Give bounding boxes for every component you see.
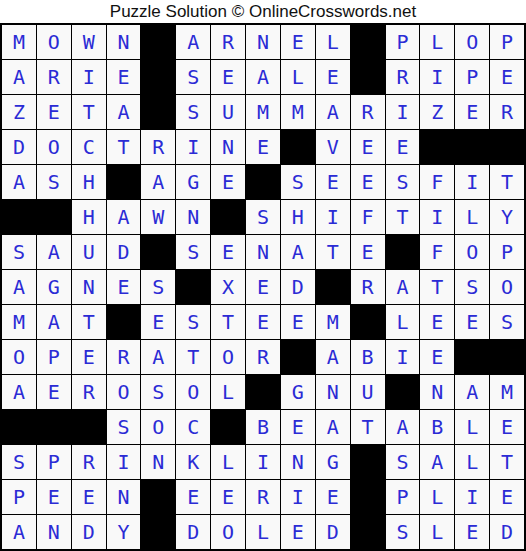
letter-cell-r5c14: I bbox=[455, 165, 489, 199]
letter-cell-r13c7: L bbox=[211, 445, 245, 479]
letter-cell-r13c10: G bbox=[316, 445, 350, 479]
letter-cell-r6c12: T bbox=[386, 200, 420, 234]
letter-cell-r8c9: D bbox=[281, 270, 315, 304]
crossword-board: MOWNARNELPLOPARIESEALERIPEZETASUMMARIZER… bbox=[0, 23, 526, 551]
letter-cell-r1c14: O bbox=[455, 25, 489, 59]
letter-cell-r3c1: Z bbox=[2, 95, 36, 129]
letter-cell-r14c6: E bbox=[176, 480, 210, 514]
letter-cell-r10c8: R bbox=[246, 340, 280, 374]
letter-cell-r6c5: W bbox=[141, 200, 175, 234]
block-cell-r6c1 bbox=[2, 200, 36, 234]
letter-cell-r7c9: A bbox=[281, 235, 315, 269]
letter-cell-r4c1: D bbox=[2, 130, 36, 164]
letter-cell-r12c13: B bbox=[420, 410, 454, 444]
block-cell-r5c4 bbox=[107, 165, 141, 199]
block-cell-r12c3 bbox=[72, 410, 106, 444]
letter-cell-r14c13: L bbox=[420, 480, 454, 514]
block-cell-r2c5 bbox=[141, 60, 175, 94]
letter-cell-r9c1: M bbox=[2, 305, 36, 339]
letter-cell-r12c12: A bbox=[386, 410, 420, 444]
letter-cell-r7c11: E bbox=[351, 235, 385, 269]
letter-cell-r13c9: N bbox=[281, 445, 315, 479]
block-cell-r5c8 bbox=[246, 165, 280, 199]
letter-cell-r12c15: E bbox=[490, 410, 524, 444]
letter-cell-r5c5: A bbox=[141, 165, 175, 199]
letter-cell-r5c1: A bbox=[2, 165, 36, 199]
letter-cell-r15c1: A bbox=[2, 515, 36, 549]
letter-cell-r1c13: L bbox=[420, 25, 454, 59]
letter-cell-r2c10: E bbox=[316, 60, 350, 94]
letter-cell-r13c5: N bbox=[141, 445, 175, 479]
letter-cell-r10c12: I bbox=[386, 340, 420, 374]
block-cell-r10c9 bbox=[281, 340, 315, 374]
letter-cell-r12c10: A bbox=[316, 410, 350, 444]
letter-cell-r3c14: E bbox=[455, 95, 489, 129]
letter-cell-r7c1: S bbox=[2, 235, 36, 269]
letter-cell-r15c10: D bbox=[316, 515, 350, 549]
letter-cell-r12c11: T bbox=[351, 410, 385, 444]
letter-cell-r11c1: A bbox=[2, 375, 36, 409]
letter-cell-r13c15: T bbox=[490, 445, 524, 479]
letter-cell-r4c5: R bbox=[141, 130, 175, 164]
letter-cell-r1c15: P bbox=[490, 25, 524, 59]
letter-cell-r3c3: T bbox=[72, 95, 106, 129]
letter-cell-r13c8: I bbox=[246, 445, 280, 479]
letter-cell-r4c4: T bbox=[107, 130, 141, 164]
letter-cell-r8c4: E bbox=[107, 270, 141, 304]
block-cell-r14c5 bbox=[141, 480, 175, 514]
letter-cell-r3c7: U bbox=[211, 95, 245, 129]
letter-cell-r8c15: O bbox=[490, 270, 524, 304]
letter-cell-r8c12: A bbox=[386, 270, 420, 304]
letter-cell-r3c15: R bbox=[490, 95, 524, 129]
letter-cell-r3c11: R bbox=[351, 95, 385, 129]
letter-cell-r11c15: M bbox=[490, 375, 524, 409]
letter-cell-r1c6: A bbox=[176, 25, 210, 59]
letter-cell-r3c12: I bbox=[386, 95, 420, 129]
letter-cell-r5c6: G bbox=[176, 165, 210, 199]
letter-cell-r7c3: U bbox=[72, 235, 106, 269]
letter-cell-r12c14: L bbox=[455, 410, 489, 444]
letter-cell-r5c12: S bbox=[386, 165, 420, 199]
letter-cell-r1c10: L bbox=[316, 25, 350, 59]
letter-cell-r8c3: N bbox=[72, 270, 106, 304]
letter-cell-r13c3: R bbox=[72, 445, 106, 479]
letter-cell-r14c4: N bbox=[107, 480, 141, 514]
letter-cell-r11c7: L bbox=[211, 375, 245, 409]
letter-cell-r6c3: H bbox=[72, 200, 106, 234]
letter-cell-r1c1: M bbox=[2, 25, 36, 59]
letter-cell-r13c13: A bbox=[420, 445, 454, 479]
letter-cell-r6c6: N bbox=[176, 200, 210, 234]
letter-cell-r11c5: S bbox=[141, 375, 175, 409]
block-cell-r6c2 bbox=[37, 200, 71, 234]
letter-cell-r10c4: R bbox=[107, 340, 141, 374]
letter-cell-r2c13: I bbox=[420, 60, 454, 94]
letter-cell-r6c14: L bbox=[455, 200, 489, 234]
letter-cell-r4c11: E bbox=[351, 130, 385, 164]
block-cell-r9c4 bbox=[107, 305, 141, 339]
letter-cell-r12c4: S bbox=[107, 410, 141, 444]
letter-cell-r7c15: P bbox=[490, 235, 524, 269]
letter-cell-r5c10: E bbox=[316, 165, 350, 199]
letter-cell-r14c1: P bbox=[2, 480, 36, 514]
letter-cell-r13c12: S bbox=[386, 445, 420, 479]
letter-cell-r5c3: H bbox=[72, 165, 106, 199]
letter-cell-r9c6: S bbox=[176, 305, 210, 339]
letter-cell-r11c10: N bbox=[316, 375, 350, 409]
letter-cell-r8c1: A bbox=[2, 270, 36, 304]
letter-cell-r3c4: A bbox=[107, 95, 141, 129]
block-cell-r11c8 bbox=[246, 375, 280, 409]
block-cell-r8c10 bbox=[316, 270, 350, 304]
letter-cell-r15c8: L bbox=[246, 515, 280, 549]
letter-cell-r7c14: O bbox=[455, 235, 489, 269]
letter-cell-r2c9: L bbox=[281, 60, 315, 94]
letter-cell-r11c6: O bbox=[176, 375, 210, 409]
block-cell-r12c2 bbox=[37, 410, 71, 444]
block-cell-r1c11 bbox=[351, 25, 385, 59]
letter-cell-r5c11: E bbox=[351, 165, 385, 199]
letter-cell-r14c10: E bbox=[316, 480, 350, 514]
letter-cell-r10c6: T bbox=[176, 340, 210, 374]
letter-cell-r9c8: E bbox=[246, 305, 280, 339]
block-cell-r9c11 bbox=[351, 305, 385, 339]
block-cell-r14c11 bbox=[351, 480, 385, 514]
letter-cell-r7c2: A bbox=[37, 235, 71, 269]
block-cell-r7c5 bbox=[141, 235, 175, 269]
block-cell-r12c7 bbox=[211, 410, 245, 444]
letter-cell-r13c2: P bbox=[37, 445, 71, 479]
puzzle-solution-page: Puzzle Solution © OnlineCrosswords.net M… bbox=[0, 0, 526, 551]
letter-cell-r12c9: E bbox=[281, 410, 315, 444]
letter-cell-r15c2: N bbox=[37, 515, 71, 549]
letter-cell-r7c4: D bbox=[107, 235, 141, 269]
block-cell-r4c14 bbox=[455, 130, 489, 164]
letter-cell-r4c6: I bbox=[176, 130, 210, 164]
letter-cell-r4c7: N bbox=[211, 130, 245, 164]
letter-cell-r7c13: F bbox=[420, 235, 454, 269]
letter-cell-r4c12: E bbox=[386, 130, 420, 164]
letter-cell-r9c5: E bbox=[141, 305, 175, 339]
letter-cell-r1c8: N bbox=[246, 25, 280, 59]
letter-cell-r13c4: I bbox=[107, 445, 141, 479]
block-cell-r6c7 bbox=[211, 200, 245, 234]
block-cell-r8c6 bbox=[176, 270, 210, 304]
title-bar: Puzzle Solution © OnlineCrosswords.net bbox=[0, 0, 526, 23]
letter-cell-r2c1: A bbox=[2, 60, 36, 94]
letter-cell-r14c8: R bbox=[246, 480, 280, 514]
letter-cell-r7c8: N bbox=[246, 235, 280, 269]
letter-cell-r4c8: E bbox=[246, 130, 280, 164]
letter-cell-r7c7: E bbox=[211, 235, 245, 269]
block-cell-r4c9 bbox=[281, 130, 315, 164]
letter-cell-r1c9: E bbox=[281, 25, 315, 59]
letter-cell-r10c5: A bbox=[141, 340, 175, 374]
letter-cell-r8c5: S bbox=[141, 270, 175, 304]
letter-cell-r6c4: A bbox=[107, 200, 141, 234]
letter-cell-r1c3: W bbox=[72, 25, 106, 59]
letter-cell-r15c4: Y bbox=[107, 515, 141, 549]
letter-cell-r10c10: A bbox=[316, 340, 350, 374]
letter-cell-r9c10: M bbox=[316, 305, 350, 339]
letter-cell-r3c13: Z bbox=[420, 95, 454, 129]
letter-cell-r3c2: E bbox=[37, 95, 71, 129]
letter-cell-r11c9: G bbox=[281, 375, 315, 409]
letter-cell-r2c2: R bbox=[37, 60, 71, 94]
letter-cell-r15c12: S bbox=[386, 515, 420, 549]
letter-cell-r3c9: M bbox=[281, 95, 315, 129]
letter-cell-r14c2: E bbox=[37, 480, 71, 514]
letter-cell-r11c13: N bbox=[420, 375, 454, 409]
block-cell-r10c15 bbox=[490, 340, 524, 374]
letter-cell-r14c7: E bbox=[211, 480, 245, 514]
letter-cell-r14c14: I bbox=[455, 480, 489, 514]
letter-cell-r6c10: I bbox=[316, 200, 350, 234]
letter-cell-r9c13: E bbox=[420, 305, 454, 339]
letter-cell-r15c7: O bbox=[211, 515, 245, 549]
block-cell-r3c5 bbox=[141, 95, 175, 129]
block-cell-r15c11 bbox=[351, 515, 385, 549]
letter-cell-r13c6: K bbox=[176, 445, 210, 479]
letter-cell-r9c15: S bbox=[490, 305, 524, 339]
letter-cell-r10c11: B bbox=[351, 340, 385, 374]
letter-cell-r3c10: A bbox=[316, 95, 350, 129]
letter-cell-r11c3: R bbox=[72, 375, 106, 409]
letter-cell-r9c9: E bbox=[281, 305, 315, 339]
letter-cell-r3c8: M bbox=[246, 95, 280, 129]
letter-cell-r6c9: H bbox=[281, 200, 315, 234]
letter-cell-r5c7: E bbox=[211, 165, 245, 199]
letter-cell-r6c13: I bbox=[420, 200, 454, 234]
letter-cell-r7c10: T bbox=[316, 235, 350, 269]
letter-cell-r8c8: E bbox=[246, 270, 280, 304]
letter-cell-r14c3: E bbox=[72, 480, 106, 514]
letter-cell-r9c2: A bbox=[37, 305, 71, 339]
letter-cell-r15c9: E bbox=[281, 515, 315, 549]
letter-cell-r15c15: D bbox=[490, 515, 524, 549]
letter-cell-r1c4: N bbox=[107, 25, 141, 59]
block-cell-r2c11 bbox=[351, 60, 385, 94]
letter-cell-r11c4: O bbox=[107, 375, 141, 409]
letter-cell-r9c14: E bbox=[455, 305, 489, 339]
letter-cell-r5c15: T bbox=[490, 165, 524, 199]
letter-cell-r15c13: L bbox=[420, 515, 454, 549]
block-cell-r11c12 bbox=[386, 375, 420, 409]
block-cell-r4c15 bbox=[490, 130, 524, 164]
letter-cell-r14c12: P bbox=[386, 480, 420, 514]
letter-cell-r14c9: I bbox=[281, 480, 315, 514]
letter-cell-r2c4: E bbox=[107, 60, 141, 94]
letter-cell-r2c8: A bbox=[246, 60, 280, 94]
letter-cell-r15c6: D bbox=[176, 515, 210, 549]
letter-cell-r12c5: O bbox=[141, 410, 175, 444]
letter-cell-r9c12: L bbox=[386, 305, 420, 339]
letter-cell-r12c6: C bbox=[176, 410, 210, 444]
block-cell-r1c5 bbox=[141, 25, 175, 59]
block-cell-r10c14 bbox=[455, 340, 489, 374]
letter-cell-r2c12: R bbox=[386, 60, 420, 94]
letter-cell-r8c14: S bbox=[455, 270, 489, 304]
letter-cell-r2c14: P bbox=[455, 60, 489, 94]
letter-cell-r5c9: S bbox=[281, 165, 315, 199]
letter-cell-r8c7: X bbox=[211, 270, 245, 304]
letter-cell-r7c6: S bbox=[176, 235, 210, 269]
letter-cell-r9c7: T bbox=[211, 305, 245, 339]
letter-cell-r10c13: E bbox=[420, 340, 454, 374]
letter-cell-r6c11: F bbox=[351, 200, 385, 234]
letter-cell-r11c2: E bbox=[37, 375, 71, 409]
letter-cell-r9c3: T bbox=[72, 305, 106, 339]
letter-cell-r13c1: S bbox=[2, 445, 36, 479]
letter-cell-r11c11: U bbox=[351, 375, 385, 409]
letter-cell-r6c15: Y bbox=[490, 200, 524, 234]
letter-cell-r4c3: C bbox=[72, 130, 106, 164]
block-cell-r4c13 bbox=[420, 130, 454, 164]
letter-cell-r14c15: E bbox=[490, 480, 524, 514]
letter-cell-r6c8: S bbox=[246, 200, 280, 234]
letter-cell-r5c13: F bbox=[420, 165, 454, 199]
page-title: Puzzle Solution © OnlineCrosswords.net bbox=[110, 2, 416, 22]
letter-cell-r8c2: G bbox=[37, 270, 71, 304]
letter-cell-r1c2: O bbox=[37, 25, 71, 59]
letter-cell-r10c2: P bbox=[37, 340, 71, 374]
letter-cell-r4c10: V bbox=[316, 130, 350, 164]
block-cell-r15c5 bbox=[141, 515, 175, 549]
letter-cell-r11c14: A bbox=[455, 375, 489, 409]
letter-cell-r10c1: O bbox=[2, 340, 36, 374]
letter-cell-r2c7: E bbox=[211, 60, 245, 94]
letter-cell-r8c11: R bbox=[351, 270, 385, 304]
letter-cell-r2c6: S bbox=[176, 60, 210, 94]
letter-cell-r5c2: S bbox=[37, 165, 71, 199]
block-cell-r7c12 bbox=[386, 235, 420, 269]
letter-cell-r15c3: D bbox=[72, 515, 106, 549]
block-cell-r13c11 bbox=[351, 445, 385, 479]
letter-cell-r2c15: E bbox=[490, 60, 524, 94]
letter-cell-r15c14: E bbox=[455, 515, 489, 549]
letter-cell-r13c14: L bbox=[455, 445, 489, 479]
letter-cell-r3c6: S bbox=[176, 95, 210, 129]
letter-cell-r1c7: R bbox=[211, 25, 245, 59]
letter-cell-r2c3: I bbox=[72, 60, 106, 94]
letter-cell-r1c12: P bbox=[386, 25, 420, 59]
letter-cell-r12c8: B bbox=[246, 410, 280, 444]
letter-cell-r10c7: O bbox=[211, 340, 245, 374]
letter-cell-r4c2: O bbox=[37, 130, 71, 164]
letter-cell-r8c13: T bbox=[420, 270, 454, 304]
letter-cell-r10c3: E bbox=[72, 340, 106, 374]
block-cell-r12c1 bbox=[2, 410, 36, 444]
